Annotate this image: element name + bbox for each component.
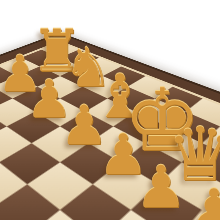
- white-pawn-c2[interactable]: ♟: [187, 181, 220, 220]
- chess-photo-scene: ♜♟♞♟♝♟♚♟♛♟♟: [0, 0, 220, 220]
- white-pawn-d2[interactable]: ♟: [135, 158, 187, 216]
